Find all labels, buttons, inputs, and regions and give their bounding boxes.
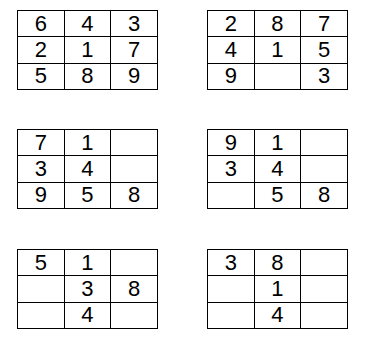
- grid2-cell-r3c2[interactable]: [255, 64, 301, 89]
- grid6-cell-r1c1: 3: [208, 250, 254, 275]
- grid2-cell-r3c1: 9: [208, 64, 254, 89]
- grid6-cell-r3c2: 4: [255, 303, 301, 328]
- grid2-cell-r3c3: 3: [301, 64, 347, 89]
- grid3-cell-r2c1: 3: [18, 156, 64, 181]
- grid6-cell-r2c1[interactable]: [208, 276, 254, 301]
- grid4-cell-r2c1: 3: [208, 156, 254, 181]
- grid3-cell-r2c3[interactable]: [111, 156, 157, 181]
- grid3-cell-r2c2: 4: [65, 156, 111, 181]
- grid1-cell-r2c3: 7: [111, 37, 157, 62]
- grid5-cell-r3c3[interactable]: [111, 303, 157, 328]
- puzzle-grid-2: 2 8 7 4 1 5 9 3: [207, 10, 348, 90]
- grid4-cell-r3c3: 8: [301, 183, 347, 208]
- grid5-cell-r1c1: 5: [18, 250, 64, 275]
- grid4-cell-r2c3[interactable]: [301, 156, 347, 181]
- grid3-cell-r1c3[interactable]: [111, 130, 157, 155]
- grid4-cell-r1c2: 1: [255, 130, 301, 155]
- grid1-cell-r2c2: 1: [65, 37, 111, 62]
- puzzle-grid-3: 7 1 3 4 9 5 8: [17, 129, 158, 209]
- grid6-cell-r3c1[interactable]: [208, 303, 254, 328]
- grid5-cell-r3c1[interactable]: [18, 303, 64, 328]
- grid1-cell-r1c2: 4: [65, 11, 111, 36]
- puzzle-grid-1: 6 4 3 2 1 7 5 8 9: [17, 10, 158, 90]
- grid5-cell-r1c3[interactable]: [111, 250, 157, 275]
- grid2-cell-r2c2: 1: [255, 37, 301, 62]
- grid3-cell-r3c3: 8: [111, 183, 157, 208]
- grid6-cell-r1c3[interactable]: [301, 250, 347, 275]
- grid1-cell-r3c1: 5: [18, 64, 64, 89]
- grid3-cell-r3c1: 9: [18, 183, 64, 208]
- grid2-cell-r2c3: 5: [301, 37, 347, 62]
- grid2-cell-r2c1: 4: [208, 37, 254, 62]
- grid5-cell-r1c2: 1: [65, 250, 111, 275]
- grid6-cell-r1c2: 8: [255, 250, 301, 275]
- grid4-cell-r3c2: 5: [255, 183, 301, 208]
- grid5-cell-r2c2: 3: [65, 276, 111, 301]
- grid1-cell-r3c2: 8: [65, 64, 111, 89]
- grid4-cell-r1c3[interactable]: [301, 130, 347, 155]
- grid6-cell-r2c2: 1: [255, 276, 301, 301]
- puzzle-grid-4: 9 1 3 4 5 8: [207, 129, 348, 209]
- grid4-cell-r2c2: 4: [255, 156, 301, 181]
- grid1-cell-r2c1: 2: [18, 37, 64, 62]
- grid5-cell-r2c3: 8: [111, 276, 157, 301]
- grid4-cell-r1c1: 9: [208, 130, 254, 155]
- grid1-cell-r1c3: 3: [111, 11, 157, 36]
- grid2-cell-r1c2: 8: [255, 11, 301, 36]
- grid6-cell-r2c3[interactable]: [301, 276, 347, 301]
- grid1-cell-r3c3: 9: [111, 64, 157, 89]
- grid5-cell-r2c1[interactable]: [18, 276, 64, 301]
- puzzle-grid-5: 5 1 3 8 4: [17, 249, 158, 329]
- grid3-cell-r1c2: 1: [65, 130, 111, 155]
- grid6-cell-r3c3[interactable]: [301, 303, 347, 328]
- grid1-cell-r1c1: 6: [18, 11, 64, 36]
- grid2-cell-r1c1: 2: [208, 11, 254, 36]
- grid4-cell-r3c1[interactable]: [208, 183, 254, 208]
- grid5-cell-r3c2: 4: [65, 303, 111, 328]
- grid3-cell-r1c1: 7: [18, 130, 64, 155]
- puzzle-grid-6: 3 8 1 4: [207, 249, 348, 329]
- grid3-cell-r3c2: 5: [65, 183, 111, 208]
- grid2-cell-r1c3: 7: [301, 11, 347, 36]
